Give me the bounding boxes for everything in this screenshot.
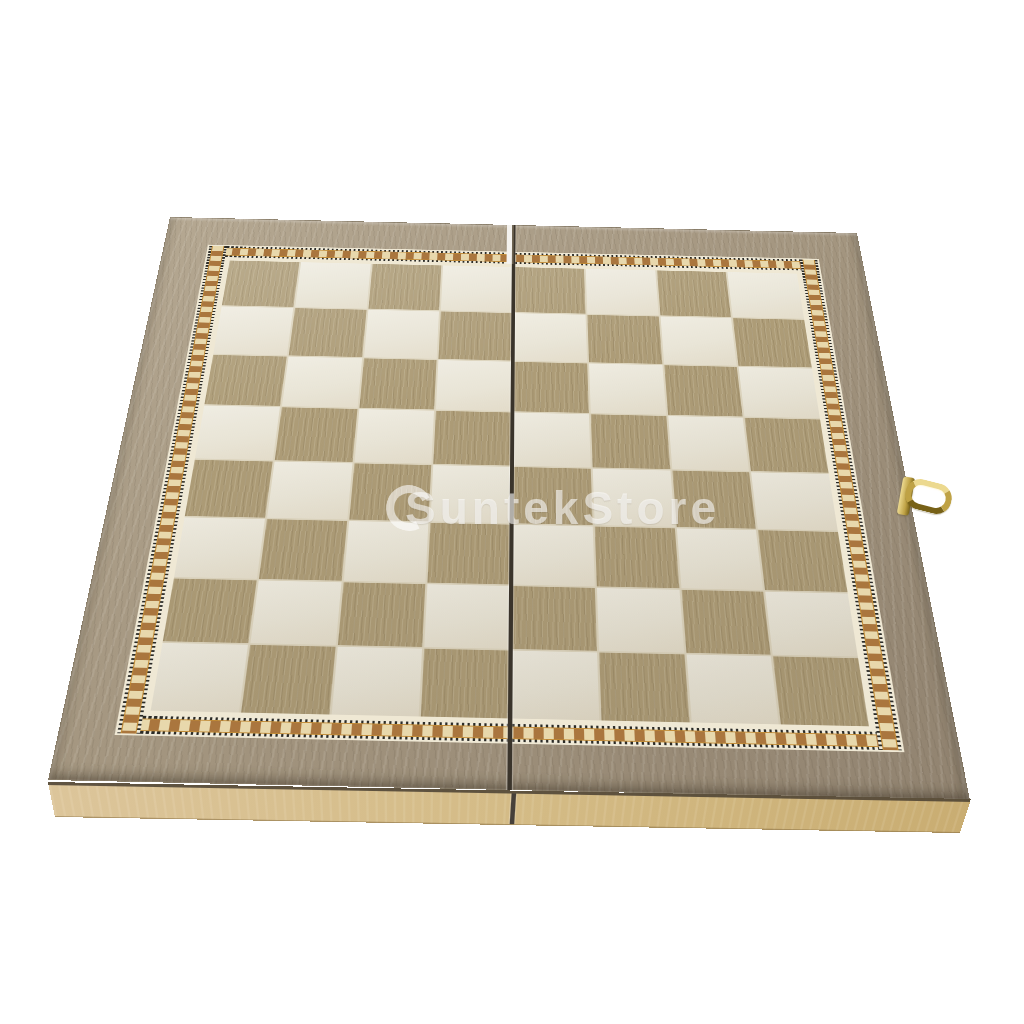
square-c2 <box>337 582 425 647</box>
fold-seam-front <box>509 794 518 825</box>
square-a3 <box>174 517 264 578</box>
square-c4 <box>349 463 432 521</box>
square-f5 <box>591 414 670 469</box>
square-a1 <box>151 643 248 712</box>
square-e8 <box>514 267 585 313</box>
square-a7 <box>213 306 293 355</box>
square-d7 <box>439 311 513 360</box>
square-d1 <box>421 649 509 719</box>
square-f8 <box>585 269 658 315</box>
square-f4 <box>592 469 674 527</box>
square-d5 <box>434 411 512 466</box>
square-b5 <box>275 407 357 462</box>
square-f7 <box>587 315 662 364</box>
square-a5 <box>195 406 280 460</box>
square-f1 <box>599 653 689 723</box>
square-g6 <box>664 365 743 417</box>
square-d3 <box>428 523 511 584</box>
square-d4 <box>431 465 511 523</box>
square-b8 <box>295 262 370 308</box>
square-b2 <box>250 580 341 645</box>
square-c8 <box>368 264 441 310</box>
square-h7 <box>733 318 812 367</box>
square-h2 <box>765 591 857 656</box>
square-e1 <box>511 651 599 721</box>
square-e3 <box>512 525 594 586</box>
square-h1 <box>773 657 869 727</box>
square-b4 <box>267 462 352 520</box>
square-h6 <box>739 367 820 419</box>
square-g5 <box>668 416 749 471</box>
square-b7 <box>289 308 367 357</box>
square-g1 <box>686 655 779 725</box>
square-c3 <box>343 521 428 582</box>
square-c1 <box>331 647 422 717</box>
square-b3 <box>259 519 347 580</box>
square-f6 <box>589 363 666 415</box>
square-a2 <box>163 578 257 643</box>
square-a4 <box>185 460 272 518</box>
square-e5 <box>513 413 590 468</box>
square-e2 <box>512 586 597 651</box>
square-g2 <box>681 589 771 654</box>
square-g4 <box>672 471 756 529</box>
square-b6 <box>282 356 362 408</box>
square-a8 <box>222 261 299 307</box>
square-h8 <box>728 272 804 318</box>
square-g7 <box>660 316 737 365</box>
square-b1 <box>241 645 335 714</box>
square-d8 <box>441 265 513 311</box>
square-c5 <box>354 409 434 464</box>
product-photo: SuntekStore <box>0 0 1024 1024</box>
square-c6 <box>359 358 437 410</box>
square-d2 <box>425 584 511 649</box>
square-f3 <box>595 526 679 587</box>
square-g8 <box>657 270 732 316</box>
square-a6 <box>204 355 286 406</box>
square-h3 <box>758 530 847 592</box>
square-g3 <box>676 528 763 590</box>
square-c7 <box>364 310 440 359</box>
square-h5 <box>745 418 829 473</box>
square-f2 <box>597 588 684 653</box>
square-d6 <box>436 360 512 412</box>
square-e4 <box>513 467 593 525</box>
square-e6 <box>513 361 588 413</box>
chessboard-top-face <box>48 217 970 800</box>
square-h4 <box>751 472 837 530</box>
square-e7 <box>514 313 587 362</box>
